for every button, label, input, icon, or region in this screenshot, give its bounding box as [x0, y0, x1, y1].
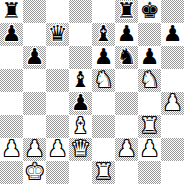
square-c5[interactable]	[46, 69, 69, 92]
square-h3[interactable]	[161, 115, 184, 138]
black-king: ♚	[140, 0, 160, 22]
square-c2[interactable]: ♟	[46, 138, 69, 161]
black-pawn: ♟	[25, 46, 45, 68]
square-f4[interactable]	[115, 92, 138, 115]
white-rook: ♜	[140, 115, 160, 137]
square-b5[interactable]	[23, 69, 46, 92]
white-queen: ♛	[71, 138, 91, 160]
white-bishop: ♝	[71, 115, 91, 137]
square-g8[interactable]: ♚	[138, 0, 161, 23]
square-d7[interactable]	[69, 23, 92, 46]
black-knight: ♞	[117, 46, 137, 68]
square-g1[interactable]	[138, 161, 161, 184]
square-b6[interactable]: ♟	[23, 46, 46, 69]
square-c1[interactable]	[46, 161, 69, 184]
black-pawn: ♟	[71, 92, 91, 114]
black-pawn: ♟	[140, 46, 160, 68]
white-king: ♚	[25, 161, 45, 183]
square-f2[interactable]: ♟	[115, 138, 138, 161]
square-h2[interactable]	[161, 138, 184, 161]
black-pawn: ♟	[163, 23, 183, 45]
square-a6[interactable]	[0, 46, 23, 69]
square-b8[interactable]	[23, 0, 46, 23]
black-pawn: ♟	[94, 46, 114, 68]
square-g5[interactable]: ♞	[138, 69, 161, 92]
black-bishop: ♝	[71, 69, 91, 91]
square-h1[interactable]	[161, 161, 184, 184]
square-f5[interactable]	[115, 69, 138, 92]
square-a2[interactable]: ♟	[0, 138, 23, 161]
square-a1[interactable]	[0, 161, 23, 184]
square-e5[interactable]: ♞	[92, 69, 115, 92]
square-h4[interactable]: ♟	[161, 92, 184, 115]
chess-board: ♜♜♚♟♛♝♟♟♟♟♞♟♝♞♞♟♟♝♜♟♟♟♛♟♟♚♜	[0, 0, 184, 184]
square-c6[interactable]	[46, 46, 69, 69]
square-e3[interactable]	[92, 115, 115, 138]
square-d1[interactable]	[69, 161, 92, 184]
white-pawn: ♟	[140, 138, 160, 160]
square-c7[interactable]: ♛	[46, 23, 69, 46]
square-b1[interactable]: ♚	[23, 161, 46, 184]
square-g2[interactable]: ♟	[138, 138, 161, 161]
square-c4[interactable]	[46, 92, 69, 115]
white-knight: ♞	[140, 69, 160, 91]
square-h7[interactable]: ♟	[161, 23, 184, 46]
black-pawn: ♟	[117, 23, 137, 45]
black-rook: ♜	[2, 0, 22, 22]
square-e4[interactable]	[92, 92, 115, 115]
square-f1[interactable]	[115, 161, 138, 184]
white-pawn: ♟	[48, 138, 68, 160]
square-e1[interactable]: ♜	[92, 161, 115, 184]
square-b4[interactable]	[23, 92, 46, 115]
white-pawn: ♟	[117, 138, 137, 160]
white-pawn: ♟	[163, 92, 183, 114]
black-rook: ♜	[117, 0, 137, 22]
white-knight: ♞	[94, 69, 114, 91]
square-d2[interactable]: ♛	[69, 138, 92, 161]
square-f6[interactable]: ♞	[115, 46, 138, 69]
square-a7[interactable]: ♟	[0, 23, 23, 46]
square-h6[interactable]	[161, 46, 184, 69]
black-queen: ♛	[48, 23, 68, 45]
white-rook: ♜	[94, 161, 114, 183]
black-bishop: ♝	[94, 23, 114, 45]
black-pawn: ♟	[2, 23, 22, 45]
square-a5[interactable]	[0, 69, 23, 92]
white-pawn: ♟	[2, 138, 22, 160]
square-d8[interactable]	[69, 0, 92, 23]
white-pawn: ♟	[25, 138, 45, 160]
square-a4[interactable]	[0, 92, 23, 115]
